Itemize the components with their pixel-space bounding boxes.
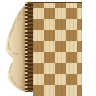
square-r5c2[interactable]: [55, 52, 66, 63]
square-r4c2[interactable]: [55, 41, 66, 52]
square-r3c0[interactable]: [33, 30, 44, 41]
square-r3c3[interactable]: [66, 30, 77, 41]
square-r8c3[interactable]: [66, 85, 77, 96]
square-r7c4[interactable]: [77, 74, 82, 85]
square-r2c1[interactable]: [44, 19, 55, 30]
square-r8c0[interactable]: [33, 85, 44, 96]
square-r8c4[interactable]: [77, 85, 82, 96]
rope-border-strip: [25, 2, 33, 92]
square-r6c1[interactable]: [44, 63, 55, 74]
square-r8c1[interactable]: [44, 85, 55, 96]
square-r5c0[interactable]: [33, 52, 44, 63]
square-r5c3[interactable]: [66, 52, 77, 63]
square-r8c2[interactable]: [55, 85, 66, 96]
square-r1c2[interactable]: [55, 8, 66, 19]
square-r4c0[interactable]: [33, 41, 44, 52]
square-r1c1[interactable]: [44, 8, 55, 19]
square-r2c2[interactable]: [55, 19, 66, 30]
square-r6c2[interactable]: [55, 63, 66, 74]
square-r2c4[interactable]: [77, 19, 82, 30]
square-r4c1[interactable]: [44, 41, 55, 52]
square-r6c0[interactable]: [33, 63, 44, 74]
square-r2c3[interactable]: [66, 19, 77, 30]
square-r2c0[interactable]: [33, 19, 44, 30]
square-r3c2[interactable]: [55, 30, 66, 41]
square-r5c1[interactable]: [44, 52, 55, 63]
square-r1c0[interactable]: [33, 8, 44, 19]
square-r3c4[interactable]: [77, 30, 82, 41]
square-r1c4[interactable]: [77, 8, 82, 19]
square-r6c3[interactable]: [66, 63, 77, 74]
square-r4c4[interactable]: [77, 41, 82, 52]
square-r7c3[interactable]: [66, 74, 77, 85]
square-r4c3[interactable]: [66, 41, 77, 52]
square-r7c2[interactable]: [55, 74, 66, 85]
board-product-photo: [0, 0, 96, 96]
square-r6c4[interactable]: [77, 63, 82, 74]
square-r7c1[interactable]: [44, 74, 55, 85]
square-r5c4[interactable]: [77, 52, 82, 63]
square-r1c3[interactable]: [66, 8, 77, 19]
board-grid: [33, 2, 82, 96]
square-r3c1[interactable]: [44, 30, 55, 41]
square-r7c0[interactable]: [33, 74, 44, 85]
